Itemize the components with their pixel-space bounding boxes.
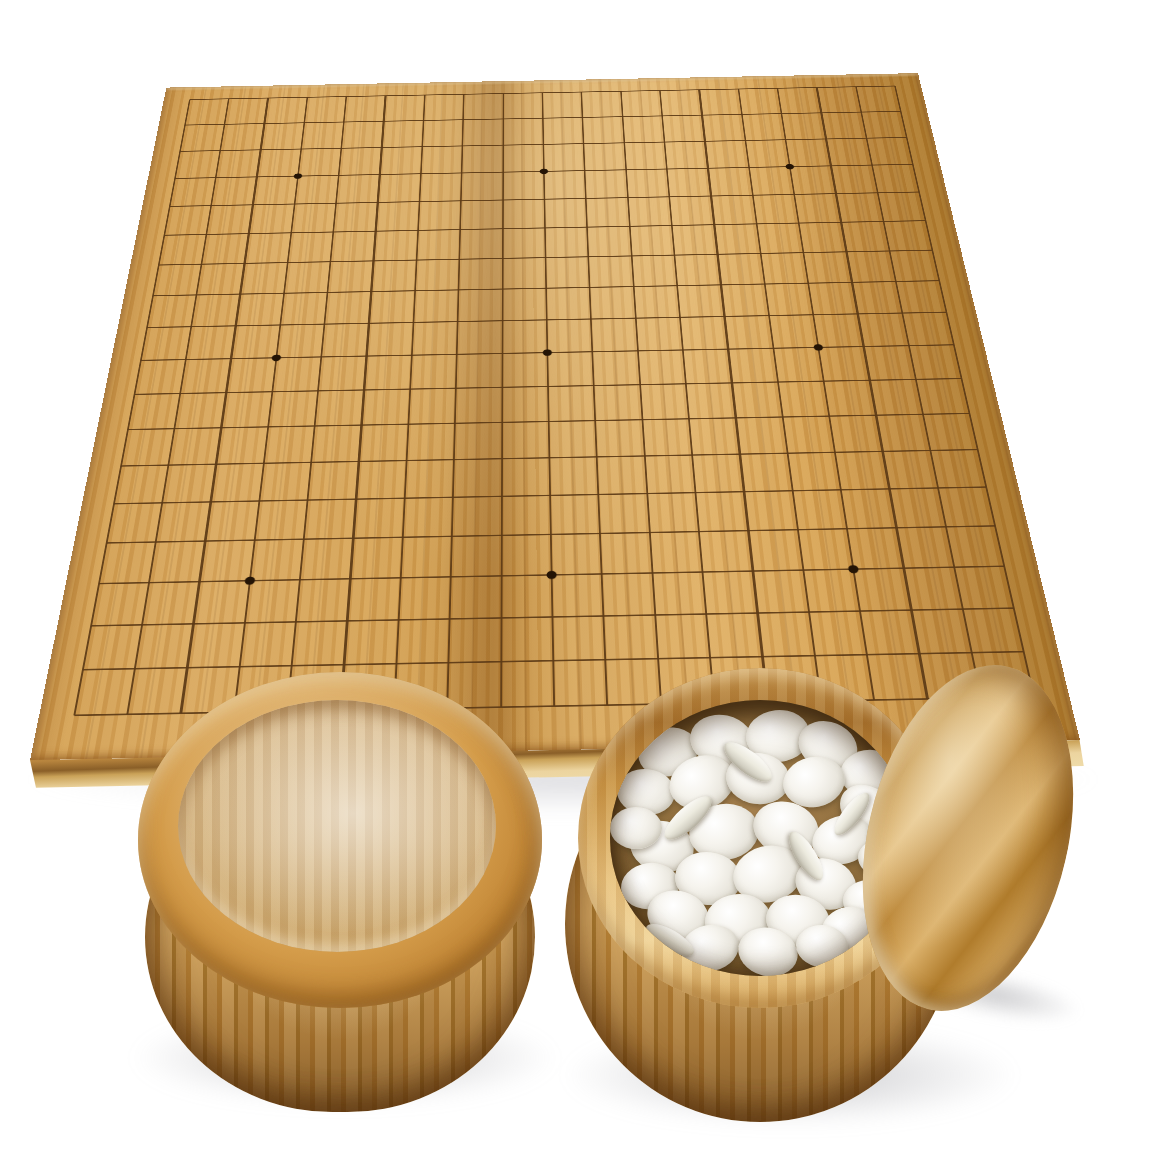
grid-line-vertical [659,91,715,703]
star-point [546,571,556,579]
grid-line-vertical [894,86,1035,697]
star-point [540,169,548,175]
grid-line-vertical [340,96,387,710]
go-board [30,73,1080,760]
grid-line-vertical [542,93,556,706]
star-point [244,576,255,584]
grid-line-vertical [855,87,982,698]
grid-line-vertical [446,94,464,708]
product-photo-stage [0,0,1150,1150]
closed-bowl-lid [138,672,542,1008]
closed-bowl-lid-recess [178,700,496,952]
star-point [543,349,552,356]
grid-line-vertical [620,91,662,704]
star-point [293,173,302,179]
star-point [813,344,823,351]
bowl-opening [610,700,910,976]
grid-line-vertical [393,95,425,709]
board-grid [74,86,1034,715]
star-point [271,354,281,361]
grid-line-vertical [738,89,822,701]
star-point [848,565,859,573]
star-point [785,164,794,170]
grid-line-vertical [777,88,875,699]
grid-line-vertical [581,92,609,705]
grid-line-vertical [698,90,768,702]
white-stone [610,807,662,849]
grid-line-vertical [500,94,504,707]
board-surface [30,73,1080,760]
stone-bowl-closed [135,672,545,1118]
grid-line-vertical [816,88,929,699]
